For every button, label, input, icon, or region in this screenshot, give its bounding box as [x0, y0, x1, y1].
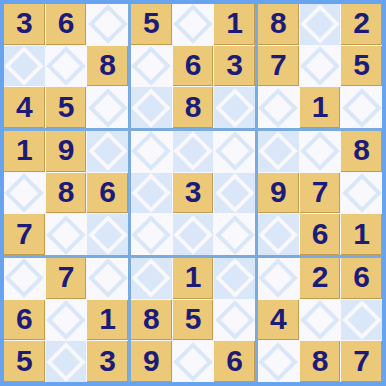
empty-cell-diamond-icon — [173, 132, 213, 172]
empty-cell-diamond-icon — [215, 173, 255, 213]
cell-r5c8[interactable]: 7 — [300, 173, 341, 214]
given-digit: 6 — [16, 304, 33, 334]
given-digit: 6 — [99, 177, 116, 207]
cell-r3c5[interactable]: 8 — [173, 87, 214, 128]
given-digit: 8 — [353, 135, 370, 165]
given-digit: 9 — [270, 177, 287, 207]
cell-r3c7[interactable] — [258, 87, 299, 128]
empty-cell-diamond-icon — [46, 342, 86, 382]
given-digit: 1 — [353, 219, 370, 249]
empty-cell-diamond-icon — [342, 173, 382, 213]
cell-r6c1[interactable]: 7 — [4, 214, 45, 255]
given-digit: 8 — [270, 8, 287, 38]
empty-cell-diamond-icon — [132, 132, 172, 172]
cell-r7c6[interactable] — [214, 258, 255, 299]
empty-cell-diamond-icon — [215, 259, 255, 299]
empty-cell-diamond-icon — [5, 173, 45, 213]
cell-r8c2[interactable] — [46, 300, 87, 341]
cell-r3c2[interactable]: 5 — [46, 87, 87, 128]
given-digit: 5 — [16, 346, 33, 376]
given-digit: 7 — [58, 262, 75, 292]
empty-cell-diamond-icon — [215, 300, 255, 340]
empty-cell-diamond-icon — [259, 88, 299, 128]
empty-cell-diamond-icon — [88, 5, 128, 45]
given-digit: 6 — [226, 346, 243, 376]
cell-r5c2[interactable]: 8 — [46, 173, 87, 214]
given-digit: 3 — [16, 8, 33, 38]
box-1-3: 82751 — [258, 4, 382, 128]
given-digit: 6 — [185, 50, 202, 80]
box-1-1: 36845 — [4, 4, 128, 128]
cell-r9c5[interactable] — [173, 341, 214, 382]
cell-r5c3[interactable]: 6 — [87, 173, 128, 214]
given-digit: 9 — [143, 346, 160, 376]
box-1-2: 51638 — [131, 4, 255, 128]
cell-r7c1[interactable] — [4, 258, 45, 299]
cell-r3c9[interactable] — [341, 87, 382, 128]
empty-cell-diamond-icon — [173, 215, 213, 255]
cell-r2c9[interactable]: 5 — [341, 46, 382, 87]
empty-cell-diamond-icon — [88, 259, 128, 299]
given-digit: 1 — [185, 262, 202, 292]
empty-cell-diamond-icon — [300, 132, 340, 172]
cell-r4c6[interactable] — [214, 131, 255, 172]
given-digit: 8 — [58, 177, 75, 207]
cell-r9c7[interactable] — [258, 341, 299, 382]
empty-cell-diamond-icon — [342, 88, 382, 128]
cell-r4c5[interactable] — [173, 131, 214, 172]
cell-r7c2[interactable]: 7 — [46, 258, 87, 299]
empty-cell-diamond-icon — [300, 46, 340, 86]
cell-r5c7[interactable]: 9 — [258, 173, 299, 214]
cell-r9c4[interactable]: 9 — [131, 341, 172, 382]
cell-r8c6[interactable] — [214, 300, 255, 341]
cell-r7c3[interactable] — [87, 258, 128, 299]
cell-r2c8[interactable] — [300, 46, 341, 87]
box-3-3: 26487 — [258, 258, 382, 382]
empty-cell-diamond-icon — [5, 46, 45, 86]
empty-cell-diamond-icon — [173, 5, 213, 45]
box-2-1: 19867 — [4, 131, 128, 255]
empty-cell-diamond-icon — [132, 259, 172, 299]
empty-cell-diamond-icon — [88, 132, 128, 172]
cell-r6c3[interactable] — [87, 214, 128, 255]
cell-r1c4[interactable]: 5 — [131, 4, 172, 45]
given-digit: 7 — [16, 219, 33, 249]
cell-r9c1[interactable]: 5 — [4, 341, 45, 382]
cell-r1c3[interactable] — [87, 4, 128, 45]
cell-r2c4[interactable] — [131, 46, 172, 87]
cell-r2c1[interactable] — [4, 46, 45, 87]
given-digit: 3 — [226, 50, 243, 80]
cell-r5c1[interactable] — [4, 173, 45, 214]
cell-r1c7[interactable]: 8 — [258, 4, 299, 45]
given-digit: 2 — [312, 262, 329, 292]
cell-r6c9[interactable]: 1 — [341, 214, 382, 255]
empty-cell-diamond-icon — [132, 173, 172, 213]
cell-r6c4[interactable] — [131, 214, 172, 255]
empty-cell-diamond-icon — [259, 259, 299, 299]
cell-r3c8[interactable]: 1 — [300, 87, 341, 128]
cell-r7c9[interactable]: 6 — [341, 258, 382, 299]
given-digit: 3 — [185, 177, 202, 207]
empty-cell-diamond-icon — [300, 300, 340, 340]
cell-r3c1[interactable]: 4 — [4, 87, 45, 128]
cell-r1c5[interactable] — [173, 4, 214, 45]
cell-r8c5[interactable]: 5 — [173, 300, 214, 341]
cell-r7c5[interactable]: 1 — [173, 258, 214, 299]
cell-r6c5[interactable] — [173, 214, 214, 255]
given-digit: 1 — [226, 8, 243, 38]
cell-r5c4[interactable] — [131, 173, 172, 214]
box-3-1: 76153 — [4, 258, 128, 382]
cell-r8c3[interactable]: 1 — [87, 300, 128, 341]
given-digit: 1 — [99, 304, 116, 334]
cell-r2c2[interactable] — [46, 46, 87, 87]
empty-cell-diamond-icon — [132, 88, 172, 128]
empty-cell-diamond-icon — [88, 215, 128, 255]
cell-r8c4[interactable]: 8 — [131, 300, 172, 341]
cell-r4c7[interactable] — [258, 131, 299, 172]
empty-cell-diamond-icon — [259, 342, 299, 382]
given-digit: 5 — [143, 8, 160, 38]
cell-r1c8[interactable] — [300, 4, 341, 45]
cell-r9c8[interactable]: 8 — [300, 341, 341, 382]
given-digit: 8 — [99, 50, 116, 80]
empty-cell-diamond-icon — [46, 215, 86, 255]
cell-r1c9[interactable]: 2 — [341, 4, 382, 45]
cell-r9c3[interactable]: 3 — [87, 341, 128, 382]
cell-r6c2[interactable] — [46, 214, 87, 255]
cell-r9c2[interactable] — [46, 341, 87, 382]
cell-r3c4[interactable] — [131, 87, 172, 128]
given-digit: 7 — [353, 346, 370, 376]
cell-r7c7[interactable] — [258, 258, 299, 299]
cell-r8c8[interactable] — [300, 300, 341, 341]
given-digit: 3 — [99, 346, 116, 376]
empty-cell-diamond-icon — [342, 300, 382, 340]
cell-r1c6[interactable]: 1 — [214, 4, 255, 45]
cell-r2c3[interactable]: 8 — [87, 46, 128, 87]
cell-r7c8[interactable]: 2 — [300, 258, 341, 299]
cell-r2c5[interactable]: 6 — [173, 46, 214, 87]
cell-r6c7[interactable] — [258, 214, 299, 255]
empty-cell-diamond-icon — [88, 88, 128, 128]
cell-r8c1[interactable]: 6 — [4, 300, 45, 341]
cell-r8c7[interactable]: 4 — [258, 300, 299, 341]
given-digit: 8 — [143, 304, 160, 334]
box-3-2: 18596 — [131, 258, 255, 382]
cell-r6c8[interactable]: 6 — [300, 214, 341, 255]
given-digit: 6 — [353, 262, 370, 292]
box-2-3: 89761 — [258, 131, 382, 255]
empty-cell-diamond-icon — [215, 88, 255, 128]
box-2-2: 3 — [131, 131, 255, 255]
cell-r3c3[interactable] — [87, 87, 128, 128]
cell-r5c6[interactable] — [214, 173, 255, 214]
empty-cell-diamond-icon — [132, 46, 172, 86]
empty-cell-diamond-icon — [259, 132, 299, 172]
cell-r8c9[interactable] — [341, 300, 382, 341]
given-digit: 9 — [58, 135, 75, 165]
given-digit: 6 — [312, 219, 329, 249]
empty-cell-diamond-icon — [300, 5, 340, 45]
given-digit: 5 — [58, 92, 75, 122]
cell-r4c9[interactable]: 8 — [341, 131, 382, 172]
given-digit: 4 — [16, 92, 33, 122]
cell-r6c6[interactable] — [214, 214, 255, 255]
empty-cell-diamond-icon — [46, 46, 86, 86]
cell-r5c5[interactable]: 3 — [173, 173, 214, 214]
cell-r1c2[interactable]: 6 — [46, 4, 87, 45]
empty-cell-diamond-icon — [259, 215, 299, 255]
sudoku-board: 3684551638827511986738976176153185962648… — [0, 0, 386, 386]
empty-cell-diamond-icon — [215, 215, 255, 255]
given-digit: 8 — [312, 346, 329, 376]
given-digit: 5 — [185, 304, 202, 334]
given-digit: 2 — [353, 8, 370, 38]
empty-cell-diamond-icon — [132, 215, 172, 255]
given-digit: 7 — [270, 50, 287, 80]
empty-cell-diamond-icon — [46, 300, 86, 340]
cell-r4c3[interactable] — [87, 131, 128, 172]
cell-r5c9[interactable] — [341, 173, 382, 214]
empty-cell-diamond-icon — [5, 259, 45, 299]
cell-r4c4[interactable] — [131, 131, 172, 172]
cell-r4c8[interactable] — [300, 131, 341, 172]
given-digit: 7 — [312, 177, 329, 207]
given-digit: 1 — [16, 135, 33, 165]
empty-cell-diamond-icon — [215, 132, 255, 172]
empty-cell-diamond-icon — [173, 342, 213, 382]
cell-r3c6[interactable] — [214, 87, 255, 128]
given-digit: 8 — [185, 92, 202, 122]
given-digit: 1 — [312, 92, 329, 122]
given-digit: 5 — [353, 50, 370, 80]
given-digit: 4 — [270, 304, 287, 334]
cell-r4c1[interactable]: 1 — [4, 131, 45, 172]
cell-r9c6[interactable]: 6 — [214, 341, 255, 382]
cell-r4c2[interactable]: 9 — [46, 131, 87, 172]
cell-r1c1[interactable]: 3 — [4, 4, 45, 45]
cell-r2c7[interactable]: 7 — [258, 46, 299, 87]
cell-r9c9[interactable]: 7 — [341, 341, 382, 382]
cell-r2c6[interactable]: 3 — [214, 46, 255, 87]
cell-r7c4[interactable] — [131, 258, 172, 299]
sudoku-board-inner: 3684551638827511986738976176153185962648… — [4, 4, 382, 382]
given-digit: 6 — [58, 8, 75, 38]
